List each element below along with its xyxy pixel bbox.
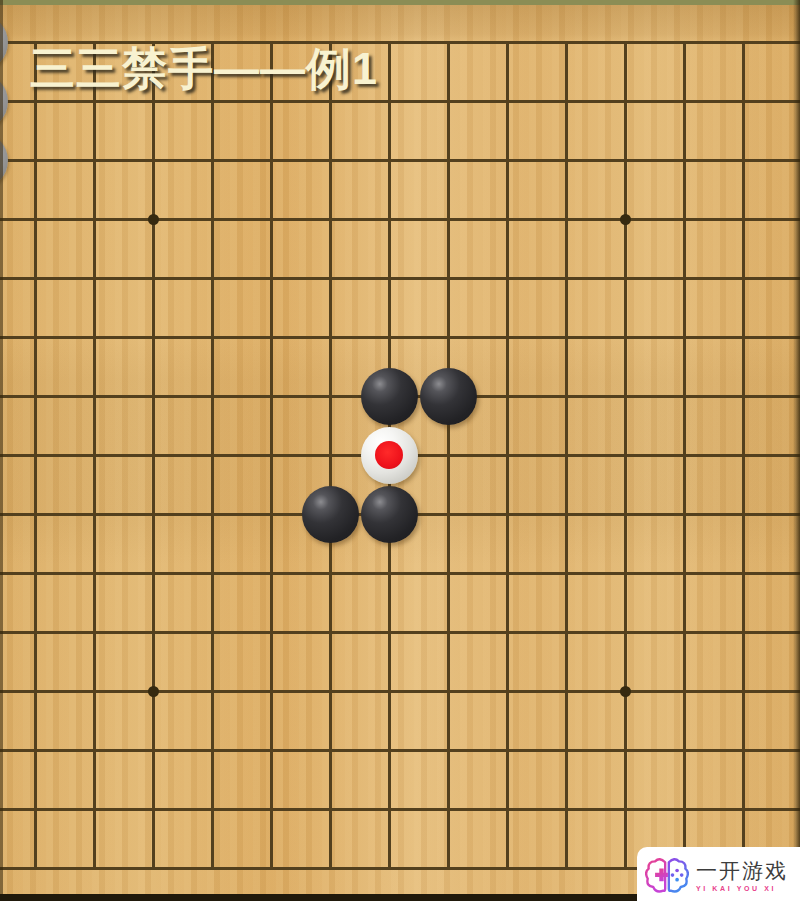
star-point: [148, 214, 159, 225]
edge-stone: [0, 73, 8, 130]
grid-line-horizontal: [0, 808, 800, 811]
grid-line-horizontal: [0, 749, 800, 752]
grid-line-horizontal: [0, 100, 800, 103]
grid-line-horizontal: [0, 690, 800, 693]
star-point: [148, 686, 159, 697]
grid-line-horizontal: [0, 218, 800, 221]
page-title: 三三禁手——例1: [30, 44, 378, 94]
brand-name: 一开游戏: [696, 860, 788, 881]
brand-subtext: YI KAI YOU XI: [696, 885, 776, 892]
last-move-marker: [375, 441, 403, 469]
grid-line-horizontal: [0, 336, 800, 339]
edge-stone: [0, 14, 8, 71]
edge-stone: [0, 132, 8, 189]
left-edge-strip: [0, 0, 3, 901]
star-point: [620, 214, 631, 225]
watermark: 一开游戏 YI KAI YOU XI: [637, 847, 800, 901]
black-stone: [420, 368, 477, 425]
grid-line-horizontal: [0, 572, 800, 575]
grid-line-horizontal: [0, 277, 800, 280]
star-point: [620, 686, 631, 697]
grid-line-horizontal: [0, 159, 800, 162]
black-stone: [302, 486, 359, 543]
top-edge-strip: [0, 0, 800, 5]
right-edge-strip: [793, 0, 800, 901]
grid-line-horizontal: [0, 631, 800, 634]
gomoku-board-screenshot: 三三禁手——例1 一开游戏 YI KAI: [0, 0, 800, 901]
black-stone: [361, 486, 418, 543]
black-stone: [361, 368, 418, 425]
brand-logo-icon: [645, 854, 689, 898]
brand-text: 一开游戏 YI KAI YOU XI: [696, 860, 788, 892]
